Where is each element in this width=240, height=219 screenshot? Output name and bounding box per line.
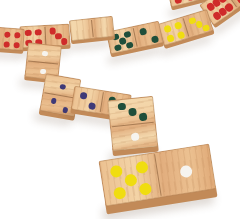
pip-red bbox=[4, 31, 11, 38]
pip-purple bbox=[60, 84, 67, 91]
domino-top-left-cropped[interactable] bbox=[0, 25, 25, 54]
pip-red bbox=[187, 0, 195, 2]
domino-half-divider bbox=[133, 28, 138, 47]
pip-green bbox=[118, 102, 126, 110]
domino-half-divider bbox=[154, 154, 162, 196]
pip-green bbox=[126, 41, 134, 49]
pip-yellow bbox=[138, 182, 152, 196]
domino-half-divider bbox=[28, 60, 58, 64]
pip-green bbox=[139, 113, 147, 121]
domino-top-right-yellow[interactable] bbox=[157, 9, 214, 49]
pip-red bbox=[235, 0, 240, 5]
pip-yellow bbox=[135, 160, 149, 174]
domino-top-face bbox=[0, 25, 25, 51]
pip-white bbox=[179, 165, 193, 179]
pip-red bbox=[13, 42, 20, 49]
pip-purple bbox=[79, 91, 87, 99]
pip-red bbox=[35, 29, 42, 36]
domino-top-face bbox=[107, 96, 158, 152]
domino-half-divider bbox=[100, 92, 104, 112]
domino-middle-green-white[interactable] bbox=[107, 96, 159, 157]
pip-purple bbox=[88, 102, 96, 110]
pip-red bbox=[174, 0, 182, 5]
pip-red bbox=[25, 30, 32, 37]
pip-white bbox=[131, 133, 139, 141]
pip-green bbox=[128, 108, 136, 116]
pip-red bbox=[3, 41, 10, 48]
pip-yellow bbox=[167, 34, 176, 43]
pip-green bbox=[151, 35, 159, 43]
pip-yellow bbox=[113, 186, 127, 200]
pip-yellow bbox=[124, 173, 138, 187]
pip-white bbox=[42, 51, 48, 57]
domino-half-divider bbox=[44, 27, 46, 45]
pip-green bbox=[114, 44, 122, 52]
domino-half-divider bbox=[112, 121, 154, 126]
pip-red bbox=[61, 38, 68, 45]
pip-yellow bbox=[177, 31, 186, 40]
dominoes-scene bbox=[0, 0, 240, 219]
domino-top-double-blank[interactable] bbox=[69, 16, 115, 44]
pip-yellow bbox=[202, 24, 211, 33]
domino-half-divider bbox=[44, 92, 76, 99]
pip-yellow bbox=[174, 21, 183, 30]
pip-purple bbox=[62, 107, 69, 114]
pip-purple bbox=[50, 97, 57, 104]
domino-half-divider bbox=[91, 20, 94, 37]
pip-red bbox=[14, 32, 21, 39]
pip-yellow bbox=[110, 165, 124, 179]
pip-yellow bbox=[164, 24, 173, 33]
pip-green bbox=[139, 28, 147, 36]
